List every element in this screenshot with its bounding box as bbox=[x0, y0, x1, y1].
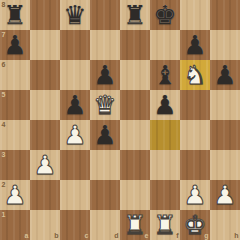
square-f1[interactable]: f♜ bbox=[150, 210, 180, 240]
square-a7[interactable]: 7♟ bbox=[0, 30, 30, 60]
black-queen[interactable]: ♛ bbox=[60, 0, 90, 30]
square-e6[interactable] bbox=[120, 60, 150, 90]
square-f3[interactable] bbox=[150, 150, 180, 180]
square-h1[interactable]: h bbox=[210, 210, 240, 240]
square-e5[interactable] bbox=[120, 90, 150, 120]
square-e4[interactable] bbox=[120, 120, 150, 150]
square-e2[interactable] bbox=[120, 180, 150, 210]
square-b2[interactable] bbox=[30, 180, 60, 210]
black-king[interactable]: ♚ bbox=[150, 0, 180, 30]
square-b5[interactable] bbox=[30, 90, 60, 120]
rank-label-4: 4 bbox=[2, 121, 6, 128]
black-bishop[interactable]: ♝ bbox=[150, 60, 180, 90]
square-f2[interactable] bbox=[150, 180, 180, 210]
white-king[interactable]: ♚ bbox=[180, 210, 210, 240]
square-d5[interactable]: ♛ bbox=[90, 90, 120, 120]
square-h2[interactable]: ♟ bbox=[210, 180, 240, 210]
white-pawn[interactable]: ♟ bbox=[0, 180, 30, 210]
square-d6[interactable]: ♟ bbox=[90, 60, 120, 90]
square-g8[interactable] bbox=[180, 0, 210, 30]
square-f4[interactable] bbox=[150, 120, 180, 150]
square-a8[interactable]: 8♜ bbox=[0, 0, 30, 30]
rank-label-6: 6 bbox=[2, 61, 6, 68]
square-b3[interactable]: ♟ bbox=[30, 150, 60, 180]
square-c8[interactable]: ♛ bbox=[60, 0, 90, 30]
square-a5[interactable]: 5 bbox=[0, 90, 30, 120]
square-d3[interactable] bbox=[90, 150, 120, 180]
square-f6[interactable]: ♝ bbox=[150, 60, 180, 90]
square-e7[interactable] bbox=[120, 30, 150, 60]
black-pawn[interactable]: ♟ bbox=[180, 30, 210, 60]
square-d7[interactable] bbox=[90, 30, 120, 60]
black-pawn[interactable]: ♟ bbox=[150, 90, 180, 120]
square-h3[interactable] bbox=[210, 150, 240, 180]
square-c5[interactable]: ♟ bbox=[60, 90, 90, 120]
square-d8[interactable] bbox=[90, 0, 120, 30]
square-g1[interactable]: g♚ bbox=[180, 210, 210, 240]
square-c6[interactable] bbox=[60, 60, 90, 90]
square-a4[interactable]: 4 bbox=[0, 120, 30, 150]
rank-label-5: 5 bbox=[2, 91, 6, 98]
file-label-c: c bbox=[85, 232, 89, 239]
file-label-d: d bbox=[114, 232, 118, 239]
square-c1[interactable]: c bbox=[60, 210, 90, 240]
rank-label-1: 1 bbox=[2, 211, 6, 218]
square-g2[interactable]: ♟ bbox=[180, 180, 210, 210]
file-label-b: b bbox=[54, 232, 58, 239]
black-rook[interactable]: ♜ bbox=[0, 0, 30, 30]
square-d2[interactable] bbox=[90, 180, 120, 210]
file-label-a: a bbox=[25, 232, 29, 239]
square-e8[interactable]: ♜ bbox=[120, 0, 150, 30]
square-g7[interactable]: ♟ bbox=[180, 30, 210, 60]
black-pawn[interactable]: ♟ bbox=[90, 60, 120, 90]
white-pawn[interactable]: ♟ bbox=[60, 120, 90, 150]
white-queen[interactable]: ♛ bbox=[90, 90, 120, 120]
rank-label-3: 3 bbox=[2, 151, 6, 158]
square-e3[interactable] bbox=[120, 150, 150, 180]
white-rook[interactable]: ♜ bbox=[150, 210, 180, 240]
square-h7[interactable] bbox=[210, 30, 240, 60]
square-b7[interactable] bbox=[30, 30, 60, 60]
square-c3[interactable] bbox=[60, 150, 90, 180]
file-label-h: h bbox=[234, 232, 238, 239]
square-h4[interactable] bbox=[210, 120, 240, 150]
square-d4[interactable]: ♟ bbox=[90, 120, 120, 150]
square-a6[interactable]: 6 bbox=[0, 60, 30, 90]
chess-board: 8♜♛♜♚7♟♟6♟♝♞♟5♟♛♟4♟♟3♟2♟♟♟1abcde♜f♜g♚h bbox=[0, 0, 240, 240]
black-rook[interactable]: ♜ bbox=[120, 0, 150, 30]
square-g3[interactable] bbox=[180, 150, 210, 180]
square-c4[interactable]: ♟ bbox=[60, 120, 90, 150]
square-g4[interactable] bbox=[180, 120, 210, 150]
square-a3[interactable]: 3 bbox=[0, 150, 30, 180]
black-pawn[interactable]: ♟ bbox=[60, 90, 90, 120]
square-h5[interactable] bbox=[210, 90, 240, 120]
white-rook[interactable]: ♜ bbox=[120, 210, 150, 240]
black-pawn[interactable]: ♟ bbox=[210, 60, 240, 90]
square-b1[interactable]: b bbox=[30, 210, 60, 240]
square-g5[interactable] bbox=[180, 90, 210, 120]
white-pawn[interactable]: ♟ bbox=[30, 150, 60, 180]
square-b4[interactable] bbox=[30, 120, 60, 150]
black-pawn[interactable]: ♟ bbox=[0, 30, 30, 60]
square-f7[interactable] bbox=[150, 30, 180, 60]
square-a1[interactable]: 1a bbox=[0, 210, 30, 240]
square-c7[interactable] bbox=[60, 30, 90, 60]
square-a2[interactable]: 2♟ bbox=[0, 180, 30, 210]
square-h8[interactable] bbox=[210, 0, 240, 30]
white-pawn[interactable]: ♟ bbox=[180, 180, 210, 210]
black-pawn[interactable]: ♟ bbox=[90, 120, 120, 150]
square-c2[interactable] bbox=[60, 180, 90, 210]
white-pawn[interactable]: ♟ bbox=[210, 180, 240, 210]
square-e1[interactable]: e♜ bbox=[120, 210, 150, 240]
square-f8[interactable]: ♚ bbox=[150, 0, 180, 30]
square-b6[interactable] bbox=[30, 60, 60, 90]
square-d1[interactable]: d bbox=[90, 210, 120, 240]
square-b8[interactable] bbox=[30, 0, 60, 30]
white-knight[interactable]: ♞ bbox=[180, 60, 210, 90]
square-f5[interactable]: ♟ bbox=[150, 90, 180, 120]
square-g6[interactable]: ♞ bbox=[180, 60, 210, 90]
square-h6[interactable]: ♟ bbox=[210, 60, 240, 90]
